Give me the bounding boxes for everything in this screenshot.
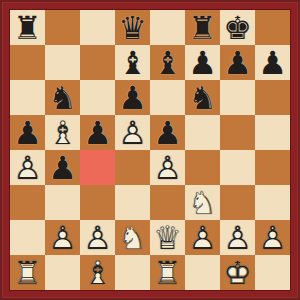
square-c2[interactable]: ♟♙: [80, 220, 115, 255]
square-h8[interactable]: [255, 10, 290, 45]
square-h7[interactable]: ♟: [255, 45, 290, 80]
black-pawn: ♟: [10, 115, 45, 150]
black-pawn: ♟: [185, 45, 220, 80]
square-d5[interactable]: ♟♙: [115, 115, 150, 150]
square-d4[interactable]: [115, 150, 150, 185]
square-b2[interactable]: ♟♙: [45, 220, 80, 255]
square-e5[interactable]: ♟: [150, 115, 185, 150]
square-b7[interactable]: [45, 45, 80, 80]
square-a3[interactable]: [10, 185, 45, 220]
black-queen: ♛: [115, 10, 150, 45]
black-rook: ♜: [185, 10, 220, 45]
square-h3[interactable]: [255, 185, 290, 220]
square-g1[interactable]: ♚♔: [220, 255, 255, 290]
square-f2[interactable]: ♟♙: [185, 220, 220, 255]
black-knight: ♞: [45, 80, 80, 115]
white-pawn: ♟♙: [185, 220, 220, 255]
square-g6[interactable]: [220, 80, 255, 115]
square-a5[interactable]: ♟: [10, 115, 45, 150]
square-a2[interactable]: [10, 220, 45, 255]
square-c4[interactable]: [80, 150, 115, 185]
square-h2[interactable]: ♟♙: [255, 220, 290, 255]
black-rook: ♜: [10, 10, 45, 45]
square-f5[interactable]: [185, 115, 220, 150]
square-a1[interactable]: ♜♖: [10, 255, 45, 290]
white-pawn: ♟♙: [220, 220, 255, 255]
square-g7[interactable]: ♟: [220, 45, 255, 80]
white-pawn: ♟♙: [45, 220, 80, 255]
square-e6[interactable]: [150, 80, 185, 115]
square-d1[interactable]: [115, 255, 150, 290]
square-b3[interactable]: [45, 185, 80, 220]
square-g5[interactable]: [220, 115, 255, 150]
black-king: ♚: [220, 10, 255, 45]
square-b8[interactable]: [45, 10, 80, 45]
white-pawn: ♟♙: [10, 150, 45, 185]
white-king: ♚♔: [220, 255, 255, 290]
square-b5[interactable]: ♝♗: [45, 115, 80, 150]
white-bishop: ♝♗: [80, 255, 115, 290]
white-queen: ♛♕: [150, 220, 185, 255]
square-d7[interactable]: ♝: [115, 45, 150, 80]
square-h4[interactable]: [255, 150, 290, 185]
square-g2[interactable]: ♟♙: [220, 220, 255, 255]
square-c5[interactable]: ♟: [80, 115, 115, 150]
black-pawn: ♟: [150, 115, 185, 150]
black-bishop: ♝: [115, 45, 150, 80]
square-f7[interactable]: ♟: [185, 45, 220, 80]
square-e7[interactable]: ♝: [150, 45, 185, 80]
black-pawn: ♟: [220, 45, 255, 80]
white-knight: ♞♘: [185, 185, 220, 220]
black-bishop: ♝: [150, 45, 185, 80]
white-rook: ♜♖: [150, 255, 185, 290]
square-h6[interactable]: [255, 80, 290, 115]
black-pawn: ♟: [255, 45, 290, 80]
square-b4[interactable]: ♟: [45, 150, 80, 185]
square-f8[interactable]: ♜: [185, 10, 220, 45]
square-c1[interactable]: ♝♗: [80, 255, 115, 290]
square-f3[interactable]: ♞♘: [185, 185, 220, 220]
square-d2[interactable]: ♞♘: [115, 220, 150, 255]
board-frame: ♜♛♜♚♝♝♟♟♟♞♟♞♟♝♗♟♟♙♟♟♙♟♟♙♞♘♟♙♟♙♞♘♛♕♟♙♟♙♟♙…: [0, 0, 300, 300]
square-c6[interactable]: [80, 80, 115, 115]
chess-board: ♜♛♜♚♝♝♟♟♟♞♟♞♟♝♗♟♟♙♟♟♙♟♟♙♞♘♟♙♟♙♞♘♛♕♟♙♟♙♟♙…: [10, 10, 290, 290]
black-pawn: ♟: [80, 115, 115, 150]
square-e1[interactable]: ♜♖: [150, 255, 185, 290]
white-rook: ♜♖: [10, 255, 45, 290]
white-pawn: ♟♙: [255, 220, 290, 255]
square-h5[interactable]: [255, 115, 290, 150]
square-f1[interactable]: [185, 255, 220, 290]
square-f6[interactable]: ♞: [185, 80, 220, 115]
black-pawn: ♟: [45, 150, 80, 185]
white-pawn: ♟♙: [80, 220, 115, 255]
square-h1[interactable]: [255, 255, 290, 290]
square-c3[interactable]: [80, 185, 115, 220]
white-bishop: ♝♗: [45, 115, 80, 150]
square-b1[interactable]: [45, 255, 80, 290]
square-e2[interactable]: ♛♕: [150, 220, 185, 255]
square-e4[interactable]: ♟♙: [150, 150, 185, 185]
square-a7[interactable]: [10, 45, 45, 80]
square-c8[interactable]: [80, 10, 115, 45]
black-knight: ♞: [185, 80, 220, 115]
square-d6[interactable]: ♟: [115, 80, 150, 115]
square-g3[interactable]: [220, 185, 255, 220]
square-e8[interactable]: [150, 10, 185, 45]
square-g4[interactable]: [220, 150, 255, 185]
square-b6[interactable]: ♞: [45, 80, 80, 115]
square-g8[interactable]: ♚: [220, 10, 255, 45]
square-e3[interactable]: [150, 185, 185, 220]
square-a8[interactable]: ♜: [10, 10, 45, 45]
square-d8[interactable]: ♛: [115, 10, 150, 45]
square-a4[interactable]: ♟♙: [10, 150, 45, 185]
square-c7[interactable]: [80, 45, 115, 80]
white-knight: ♞♘: [115, 220, 150, 255]
square-d3[interactable]: [115, 185, 150, 220]
white-pawn: ♟♙: [150, 150, 185, 185]
white-pawn: ♟♙: [115, 115, 150, 150]
black-pawn: ♟: [115, 80, 150, 115]
square-f4[interactable]: [185, 150, 220, 185]
square-a6[interactable]: [10, 80, 45, 115]
